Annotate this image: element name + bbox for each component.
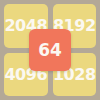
tile-64-overlay: 64 bbox=[29, 29, 71, 71]
game-board-2048[interactable]: 2048 8192 4096 1028 64 bbox=[0, 0, 100, 100]
